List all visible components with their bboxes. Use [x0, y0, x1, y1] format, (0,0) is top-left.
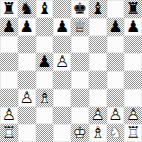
- square-e6[interactable]: [71, 36, 89, 54]
- square-h4[interactable]: [124, 71, 142, 89]
- square-b7[interactable]: ♟: [18, 18, 36, 36]
- square-h8[interactable]: ♜: [124, 0, 142, 18]
- white-queen: ♛: [71, 18, 89, 36]
- white-knight-outline: ♘: [107, 124, 125, 142]
- square-b3[interactable]: ♟♙: [18, 89, 36, 107]
- square-d8[interactable]: [53, 0, 71, 18]
- black-pawn: ♟: [107, 18, 125, 36]
- square-e3[interactable]: [71, 89, 89, 107]
- square-d7[interactable]: ♟: [53, 18, 71, 36]
- square-c7[interactable]: [36, 18, 54, 36]
- square-c1[interactable]: [36, 124, 54, 142]
- white-pawn: ♟: [89, 107, 107, 125]
- white-pawn-outline: ♙: [53, 53, 71, 71]
- square-e7[interactable]: ♛♕: [71, 18, 89, 36]
- white-pawn: ♟: [124, 107, 142, 125]
- square-g6[interactable]: [107, 36, 125, 54]
- square-b6[interactable]: [18, 36, 36, 54]
- square-f2[interactable]: ♟♙: [89, 107, 107, 125]
- white-bishop-outline: ♗: [36, 89, 54, 107]
- square-h3[interactable]: [124, 89, 142, 107]
- square-d3[interactable]: [53, 89, 71, 107]
- white-king-outline: ♔: [71, 124, 89, 142]
- white-pawn-outline: ♙: [124, 107, 142, 125]
- square-d1[interactable]: [53, 124, 71, 142]
- black-pawn: ♟: [0, 18, 18, 36]
- square-f5[interactable]: [89, 53, 107, 71]
- white-rook: ♜: [0, 124, 18, 142]
- square-f1[interactable]: ♝♗: [89, 124, 107, 142]
- square-f3[interactable]: [89, 89, 107, 107]
- square-h7[interactable]: ♟: [124, 18, 142, 36]
- white-king: ♚: [71, 124, 89, 142]
- square-b4[interactable]: [18, 71, 36, 89]
- square-e8[interactable]: ♚: [71, 0, 89, 18]
- square-c8[interactable]: ♝: [36, 0, 54, 18]
- square-f8[interactable]: ♝: [89, 0, 107, 18]
- square-a7[interactable]: ♟: [0, 18, 18, 36]
- white-pawn-outline: ♙: [107, 107, 125, 125]
- square-g5[interactable]: [107, 53, 125, 71]
- black-king: ♚: [71, 0, 89, 18]
- black-pawn: ♟: [18, 18, 36, 36]
- square-a6[interactable]: [0, 36, 18, 54]
- white-pawn: ♟: [0, 107, 18, 125]
- square-f4[interactable]: [89, 71, 107, 89]
- square-d6[interactable]: [53, 36, 71, 54]
- white-pawn: ♟: [53, 53, 71, 71]
- square-a8[interactable]: ♜: [0, 0, 18, 18]
- square-c6[interactable]: [36, 36, 54, 54]
- white-queen-outline: ♕: [71, 18, 89, 36]
- white-rook-outline: ♖: [0, 124, 18, 142]
- square-g1[interactable]: ♞♘: [107, 124, 125, 142]
- square-a2[interactable]: ♟♙: [0, 107, 18, 125]
- square-a1[interactable]: ♜♖: [0, 124, 18, 142]
- square-g8[interactable]: [107, 0, 125, 18]
- black-knight: ♞: [18, 0, 36, 18]
- chess-board: ♜♞♝♚♝♜♟♟♟♛♕♟♟♟♟♙♟♙♝♗♟♙♟♙♟♙♟♙♜♖♚♔♝♗♞♘♜♖: [0, 0, 142, 142]
- white-bishop: ♝: [36, 89, 54, 107]
- white-pawn-outline: ♙: [89, 107, 107, 125]
- square-b1[interactable]: [18, 124, 36, 142]
- square-c4[interactable]: [36, 71, 54, 89]
- black-bishop: ♝: [36, 0, 54, 18]
- white-knight: ♞: [107, 124, 125, 142]
- square-e5[interactable]: [71, 53, 89, 71]
- square-h5[interactable]: [124, 53, 142, 71]
- black-pawn: ♟: [36, 53, 54, 71]
- black-pawn: ♟: [53, 18, 71, 36]
- square-d2[interactable]: [53, 107, 71, 125]
- square-c3[interactable]: ♝♗: [36, 89, 54, 107]
- square-a5[interactable]: [0, 53, 18, 71]
- square-a4[interactable]: [0, 71, 18, 89]
- square-e1[interactable]: ♚♔: [71, 124, 89, 142]
- white-rook-outline: ♖: [124, 124, 142, 142]
- white-bishop: ♝: [89, 124, 107, 142]
- black-rook: ♜: [124, 0, 142, 18]
- square-g3[interactable]: [107, 89, 125, 107]
- square-e4[interactable]: [71, 71, 89, 89]
- square-d4[interactable]: [53, 71, 71, 89]
- square-c2[interactable]: [36, 107, 54, 125]
- square-f6[interactable]: [89, 36, 107, 54]
- white-rook: ♜: [124, 124, 142, 142]
- square-h6[interactable]: [124, 36, 142, 54]
- black-bishop: ♝: [89, 0, 107, 18]
- square-d5[interactable]: ♟♙: [53, 53, 71, 71]
- square-h2[interactable]: ♟♙: [124, 107, 142, 125]
- square-h1[interactable]: ♜♖: [124, 124, 142, 142]
- white-bishop-outline: ♗: [89, 124, 107, 142]
- square-c5[interactable]: ♟: [36, 53, 54, 71]
- white-pawn: ♟: [18, 89, 36, 107]
- square-g7[interactable]: ♟: [107, 18, 125, 36]
- black-pawn: ♟: [124, 18, 142, 36]
- square-b8[interactable]: ♞: [18, 0, 36, 18]
- square-g4[interactable]: [107, 71, 125, 89]
- square-f7[interactable]: [89, 18, 107, 36]
- square-b5[interactable]: [18, 53, 36, 71]
- white-pawn-outline: ♙: [18, 89, 36, 107]
- white-pawn-outline: ♙: [0, 107, 18, 125]
- black-rook: ♜: [0, 0, 18, 18]
- white-pawn: ♟: [107, 107, 125, 125]
- square-b2[interactable]: [18, 107, 36, 125]
- square-g2[interactable]: ♟♙: [107, 107, 125, 125]
- square-e2[interactable]: [71, 107, 89, 125]
- square-a3[interactable]: [0, 89, 18, 107]
